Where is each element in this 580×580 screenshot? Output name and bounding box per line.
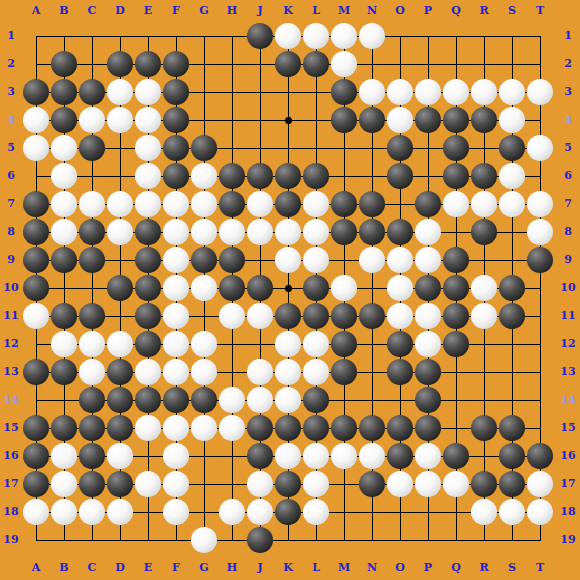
board-cell[interactable] — [218, 22, 246, 50]
board-cell[interactable] — [78, 330, 106, 358]
board-cell[interactable] — [50, 330, 78, 358]
board-cell[interactable] — [218, 386, 246, 414]
board-cell[interactable] — [442, 386, 470, 414]
board-cell[interactable] — [134, 78, 162, 106]
board-cell[interactable] — [414, 274, 442, 302]
board-cell[interactable] — [218, 526, 246, 554]
board-cell[interactable] — [50, 218, 78, 246]
board-cell[interactable] — [470, 386, 498, 414]
board-cell[interactable] — [106, 22, 134, 50]
board-cell[interactable] — [330, 274, 358, 302]
board-cell[interactable] — [162, 330, 190, 358]
board-cell[interactable] — [414, 22, 442, 50]
board-cell[interactable] — [358, 78, 386, 106]
board-cell[interactable] — [50, 302, 78, 330]
board-cell[interactable] — [218, 106, 246, 134]
board-cell[interactable] — [218, 274, 246, 302]
board-cell[interactable] — [526, 470, 554, 498]
board-cell[interactable] — [358, 442, 386, 470]
board-cell[interactable] — [358, 162, 386, 190]
board-cell[interactable] — [330, 498, 358, 526]
board-cell[interactable] — [526, 302, 554, 330]
board-cell[interactable] — [414, 162, 442, 190]
board-cell[interactable] — [22, 442, 50, 470]
board-cell[interactable] — [442, 134, 470, 162]
board-cell[interactable] — [78, 106, 106, 134]
board-cell[interactable] — [470, 50, 498, 78]
board-cell[interactable] — [246, 246, 274, 274]
board-cell[interactable] — [442, 190, 470, 218]
board-cell[interactable] — [526, 50, 554, 78]
board-cell[interactable] — [386, 442, 414, 470]
board-cell[interactable] — [246, 442, 274, 470]
board-cell[interactable] — [134, 106, 162, 134]
board-cell[interactable] — [330, 442, 358, 470]
board-cell[interactable] — [498, 134, 526, 162]
board-cell[interactable] — [246, 526, 274, 554]
board-cell[interactable] — [106, 274, 134, 302]
board-cell[interactable] — [22, 274, 50, 302]
board-cell[interactable] — [190, 22, 218, 50]
board-cell[interactable] — [442, 274, 470, 302]
board-cell[interactable] — [330, 386, 358, 414]
board-cell[interactable] — [358, 190, 386, 218]
board-cell[interactable] — [414, 78, 442, 106]
board-cell[interactable] — [162, 162, 190, 190]
board-cell[interactable] — [386, 330, 414, 358]
board-cell[interactable] — [162, 442, 190, 470]
board-cell[interactable] — [50, 498, 78, 526]
board-cell[interactable] — [526, 78, 554, 106]
board-cell[interactable] — [414, 134, 442, 162]
board-cell[interactable] — [358, 358, 386, 386]
board-cell[interactable] — [414, 330, 442, 358]
board-cell[interactable] — [22, 386, 50, 414]
board-cell[interactable] — [162, 190, 190, 218]
board-cell[interactable] — [442, 106, 470, 134]
board-cell[interactable] — [134, 134, 162, 162]
board-cell[interactable] — [302, 442, 330, 470]
board-cell[interactable] — [50, 106, 78, 134]
board-cell[interactable] — [190, 498, 218, 526]
board-cell[interactable] — [330, 50, 358, 78]
board-cell[interactable] — [22, 50, 50, 78]
board-cell[interactable] — [386, 190, 414, 218]
board-cell[interactable] — [106, 386, 134, 414]
board-cell[interactable] — [358, 414, 386, 442]
board-cell[interactable] — [218, 218, 246, 246]
board-cell[interactable] — [442, 218, 470, 246]
board-cell[interactable] — [106, 78, 134, 106]
board-cell[interactable] — [302, 78, 330, 106]
board-cell[interactable] — [134, 22, 162, 50]
board-cell[interactable] — [498, 330, 526, 358]
board-cell[interactable] — [134, 442, 162, 470]
board-cell[interactable] — [218, 498, 246, 526]
board-cell[interactable] — [526, 358, 554, 386]
board-cell[interactable] — [22, 218, 50, 246]
board-cell[interactable] — [134, 414, 162, 442]
board-cell[interactable] — [274, 302, 302, 330]
board-cell[interactable] — [50, 22, 78, 50]
board-cell[interactable] — [386, 386, 414, 414]
board-cell[interactable] — [274, 218, 302, 246]
board-cell[interactable] — [218, 162, 246, 190]
board-cell[interactable] — [274, 162, 302, 190]
board-cell[interactable] — [442, 78, 470, 106]
board-cell[interactable] — [414, 442, 442, 470]
board-cell[interactable] — [302, 386, 330, 414]
board-cell[interactable] — [302, 470, 330, 498]
board-cell[interactable] — [470, 302, 498, 330]
board-cell[interactable] — [78, 526, 106, 554]
board-cell[interactable] — [246, 190, 274, 218]
board-cell[interactable] — [162, 50, 190, 78]
board-cell[interactable] — [274, 246, 302, 274]
board-cell[interactable] — [330, 526, 358, 554]
board-cell[interactable] — [50, 470, 78, 498]
board-cell[interactable] — [386, 414, 414, 442]
board-cell[interactable] — [526, 106, 554, 134]
board-cell[interactable] — [386, 498, 414, 526]
board-cell[interactable] — [442, 358, 470, 386]
board-cell[interactable] — [414, 386, 442, 414]
board-cell[interactable] — [330, 470, 358, 498]
board-cell[interactable] — [218, 470, 246, 498]
board-cell[interactable] — [526, 386, 554, 414]
board-cell[interactable] — [526, 162, 554, 190]
board-cell[interactable] — [470, 246, 498, 274]
board-cell[interactable] — [386, 50, 414, 78]
board-cell[interactable] — [414, 526, 442, 554]
board-cell[interactable] — [330, 22, 358, 50]
board-cell[interactable] — [162, 414, 190, 442]
board-cell[interactable] — [498, 190, 526, 218]
board-cell[interactable] — [470, 78, 498, 106]
board-cell[interactable] — [274, 386, 302, 414]
board-cell[interactable] — [414, 414, 442, 442]
board-cell[interactable] — [498, 218, 526, 246]
board-cell[interactable] — [498, 50, 526, 78]
board-cell[interactable] — [526, 190, 554, 218]
board-cell[interactable] — [190, 302, 218, 330]
board-cell[interactable] — [498, 498, 526, 526]
board-cell[interactable] — [414, 358, 442, 386]
board-cell[interactable] — [162, 302, 190, 330]
board-cell[interactable] — [78, 414, 106, 442]
board-cell[interactable] — [330, 302, 358, 330]
board-cell[interactable] — [442, 526, 470, 554]
board-cell[interactable] — [162, 246, 190, 274]
board-cell[interactable] — [442, 414, 470, 442]
board-cell[interactable] — [358, 134, 386, 162]
board-cell[interactable] — [134, 498, 162, 526]
board-cell[interactable] — [386, 162, 414, 190]
board-cell[interactable] — [190, 526, 218, 554]
board-cell[interactable] — [218, 190, 246, 218]
board-cell[interactable] — [470, 358, 498, 386]
board-cell[interactable] — [22, 358, 50, 386]
board-cell[interactable] — [498, 302, 526, 330]
board-cell[interactable] — [78, 22, 106, 50]
board-cell[interactable] — [106, 358, 134, 386]
board-cell[interactable] — [302, 414, 330, 442]
board-cell[interactable] — [386, 218, 414, 246]
board-cell[interactable] — [162, 22, 190, 50]
board-cell[interactable] — [526, 330, 554, 358]
board-cell[interactable] — [414, 470, 442, 498]
board-cell[interactable] — [190, 190, 218, 218]
board-cell[interactable] — [498, 162, 526, 190]
board-cell[interactable] — [22, 302, 50, 330]
board-cell[interactable] — [22, 498, 50, 526]
board-cell[interactable] — [246, 106, 274, 134]
board-cell[interactable] — [50, 358, 78, 386]
board-cell[interactable] — [498, 246, 526, 274]
board-cell[interactable] — [386, 78, 414, 106]
board-cell[interactable] — [106, 498, 134, 526]
board-cell[interactable] — [358, 526, 386, 554]
board-cell[interactable] — [190, 78, 218, 106]
board-cell[interactable] — [274, 22, 302, 50]
board-cell[interactable] — [218, 246, 246, 274]
board-cell[interactable] — [134, 526, 162, 554]
board-cell[interactable] — [78, 190, 106, 218]
board-cell[interactable] — [470, 274, 498, 302]
board-cell[interactable] — [162, 218, 190, 246]
board-cell[interactable] — [386, 470, 414, 498]
board-cell[interactable] — [386, 134, 414, 162]
board-cell[interactable] — [330, 78, 358, 106]
board-cell[interactable] — [218, 442, 246, 470]
board-cell[interactable] — [330, 218, 358, 246]
board-cell[interactable] — [274, 50, 302, 78]
board-cell[interactable] — [106, 106, 134, 134]
board-cell[interactable] — [106, 526, 134, 554]
board-cell[interactable] — [50, 134, 78, 162]
board-cell[interactable] — [78, 386, 106, 414]
board-cell[interactable] — [330, 330, 358, 358]
board-cell[interactable] — [246, 22, 274, 50]
board-cell[interactable] — [498, 386, 526, 414]
board-cell[interactable] — [50, 442, 78, 470]
board-cell[interactable] — [218, 134, 246, 162]
board-cell[interactable] — [246, 330, 274, 358]
board-cell[interactable] — [218, 358, 246, 386]
board-cell[interactable] — [162, 106, 190, 134]
board-cell[interactable] — [22, 162, 50, 190]
board-cell[interactable] — [386, 246, 414, 274]
board-cell[interactable] — [330, 190, 358, 218]
board-cell[interactable] — [274, 526, 302, 554]
board-cell[interactable] — [526, 526, 554, 554]
board-cell[interactable] — [218, 414, 246, 442]
board-cell[interactable] — [190, 274, 218, 302]
board-cell[interactable] — [106, 218, 134, 246]
board-cell[interactable] — [22, 134, 50, 162]
board-cell[interactable] — [302, 190, 330, 218]
board-cell[interactable] — [358, 386, 386, 414]
board-cell[interactable] — [78, 302, 106, 330]
board-cell[interactable] — [78, 50, 106, 78]
board-cell[interactable] — [358, 302, 386, 330]
board-cell[interactable] — [162, 470, 190, 498]
board-cell[interactable] — [246, 302, 274, 330]
board-cell[interactable] — [330, 106, 358, 134]
board-cell[interactable] — [190, 386, 218, 414]
board-cell[interactable] — [78, 134, 106, 162]
board-cell[interactable] — [274, 330, 302, 358]
board-cell[interactable] — [386, 302, 414, 330]
board-cell[interactable] — [386, 358, 414, 386]
board-cell[interactable] — [162, 498, 190, 526]
board-cell[interactable] — [498, 442, 526, 470]
board-cell[interactable] — [442, 442, 470, 470]
board-cell[interactable] — [78, 274, 106, 302]
board-cell[interactable] — [358, 246, 386, 274]
board-cell[interactable] — [106, 470, 134, 498]
board-cell[interactable] — [358, 106, 386, 134]
board-cell[interactable] — [358, 218, 386, 246]
board-cell[interactable] — [162, 526, 190, 554]
board-cell[interactable] — [246, 162, 274, 190]
board-cell[interactable] — [78, 246, 106, 274]
board-cell[interactable] — [526, 134, 554, 162]
board-cell[interactable] — [218, 330, 246, 358]
board-cell[interactable] — [162, 134, 190, 162]
board-cell[interactable] — [302, 274, 330, 302]
board-cell[interactable] — [470, 22, 498, 50]
board-cell[interactable] — [470, 414, 498, 442]
board-cell[interactable] — [302, 526, 330, 554]
board-cell[interactable] — [414, 190, 442, 218]
board-cell[interactable] — [526, 498, 554, 526]
board-cell[interactable] — [330, 414, 358, 442]
board-cell[interactable] — [526, 274, 554, 302]
board-cell[interactable] — [134, 302, 162, 330]
board-cell[interactable] — [134, 190, 162, 218]
board-cell[interactable] — [498, 414, 526, 442]
board-cell[interactable] — [414, 218, 442, 246]
board-cell[interactable] — [498, 470, 526, 498]
board-cell[interactable] — [470, 498, 498, 526]
board-cell[interactable] — [246, 50, 274, 78]
board-cell[interactable] — [218, 302, 246, 330]
board-cell[interactable] — [526, 218, 554, 246]
board-cell[interactable] — [22, 470, 50, 498]
board-cell[interactable] — [22, 414, 50, 442]
board-cell[interactable] — [442, 470, 470, 498]
board-cell[interactable] — [386, 526, 414, 554]
board-cell[interactable] — [134, 386, 162, 414]
board-cell[interactable] — [162, 386, 190, 414]
board-cell[interactable] — [22, 78, 50, 106]
board-cell[interactable] — [330, 134, 358, 162]
board-cell[interactable] — [470, 330, 498, 358]
board-cell[interactable] — [22, 526, 50, 554]
board-cell[interactable] — [302, 358, 330, 386]
board-cell[interactable] — [498, 526, 526, 554]
board-cell[interactable] — [470, 162, 498, 190]
board-cell[interactable] — [442, 498, 470, 526]
board-cell[interactable] — [134, 358, 162, 386]
board-cell[interactable] — [134, 246, 162, 274]
board-cell[interactable] — [358, 330, 386, 358]
board-cell[interactable] — [470, 218, 498, 246]
board-cell[interactable] — [22, 246, 50, 274]
board-cell[interactable] — [50, 246, 78, 274]
board-cell[interactable] — [442, 162, 470, 190]
board-cell[interactable] — [50, 414, 78, 442]
board-cell[interactable] — [162, 78, 190, 106]
board-cell[interactable] — [498, 22, 526, 50]
board-cell[interactable] — [526, 246, 554, 274]
board-cell[interactable] — [78, 442, 106, 470]
board-cell[interactable] — [386, 274, 414, 302]
board-cell[interactable] — [190, 246, 218, 274]
board-cell[interactable] — [134, 470, 162, 498]
board-cell[interactable] — [106, 162, 134, 190]
board-cell[interactable] — [274, 106, 302, 134]
board-cell[interactable] — [414, 246, 442, 274]
board-cell[interactable] — [162, 358, 190, 386]
board-cell[interactable] — [470, 190, 498, 218]
board-cell[interactable] — [246, 274, 274, 302]
board-cell[interactable] — [470, 106, 498, 134]
board-cell[interactable] — [470, 442, 498, 470]
board-cell[interactable] — [302, 50, 330, 78]
board-cell[interactable] — [274, 274, 302, 302]
board-cell[interactable] — [190, 218, 218, 246]
board-cell[interactable] — [106, 246, 134, 274]
board-cell[interactable] — [190, 358, 218, 386]
board-cell[interactable] — [218, 78, 246, 106]
board-cell[interactable] — [498, 358, 526, 386]
board-cell[interactable] — [498, 274, 526, 302]
board-cell[interactable] — [302, 246, 330, 274]
board-cell[interactable] — [162, 274, 190, 302]
board-cell[interactable] — [274, 190, 302, 218]
board-cell[interactable] — [134, 50, 162, 78]
board-cell[interactable] — [302, 302, 330, 330]
board-cell[interactable] — [134, 330, 162, 358]
board-cell[interactable] — [50, 274, 78, 302]
board-cell[interactable] — [50, 190, 78, 218]
board-cell[interactable] — [106, 50, 134, 78]
board-cell[interactable] — [442, 22, 470, 50]
board-cell[interactable] — [386, 106, 414, 134]
board-cell[interactable] — [330, 246, 358, 274]
board-cell[interactable] — [330, 358, 358, 386]
board-cell[interactable] — [190, 162, 218, 190]
board-cell[interactable] — [526, 414, 554, 442]
board-cell[interactable] — [246, 358, 274, 386]
board-cell[interactable] — [78, 470, 106, 498]
board-cell[interactable] — [302, 134, 330, 162]
board-cell[interactable] — [274, 134, 302, 162]
board-cell[interactable] — [414, 106, 442, 134]
board-cell[interactable] — [274, 414, 302, 442]
board-cell[interactable] — [78, 218, 106, 246]
board-cell[interactable] — [414, 302, 442, 330]
board-cell[interactable] — [190, 470, 218, 498]
board-cell[interactable] — [274, 78, 302, 106]
board-cell[interactable] — [330, 162, 358, 190]
board-cell[interactable] — [106, 302, 134, 330]
board-cell[interactable] — [134, 162, 162, 190]
board-cell[interactable] — [386, 22, 414, 50]
board-cell[interactable] — [526, 442, 554, 470]
